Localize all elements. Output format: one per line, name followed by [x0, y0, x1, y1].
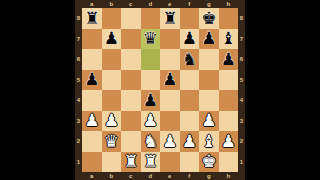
board-frame-corner	[238, 0, 245, 8]
file-label-c-top: c	[121, 0, 141, 8]
file-label-a-bottom: a	[82, 172, 102, 180]
square-a7[interactable]	[82, 29, 102, 50]
square-b5[interactable]	[102, 70, 122, 91]
square-e4[interactable]	[160, 90, 180, 111]
square-b3[interactable]: ♟	[102, 111, 122, 132]
rank-label-5-right: 5	[238, 70, 245, 91]
square-e2[interactable]: ♟	[160, 131, 180, 152]
square-g2[interactable]: ♝	[199, 131, 219, 152]
rank-label-1-right: 1	[238, 152, 245, 173]
square-c8[interactable]	[121, 8, 141, 29]
board-frame-corner	[75, 0, 82, 8]
square-g1[interactable]: ♚	[199, 152, 219, 173]
chess-board: abcdefgh8♜♜♚87♟♛♟♟♝76♞♟65♟♟54♟43♟♟♟♟32♛♞…	[75, 0, 245, 180]
black-bishop-piece: ♝	[221, 30, 236, 47]
white-pawn-piece: ♟	[201, 112, 216, 129]
rank-label-4-left: 4	[75, 90, 82, 111]
black-rook-piece: ♜	[84, 9, 99, 26]
square-e6[interactable]	[160, 49, 180, 70]
white-rook-piece: ♜	[143, 153, 158, 170]
square-g7[interactable]: ♟	[199, 29, 219, 50]
file-label-e-bottom: e	[160, 172, 180, 180]
square-b8[interactable]	[102, 8, 122, 29]
file-label-g-top: g	[199, 0, 219, 8]
square-b6[interactable]	[102, 49, 122, 70]
square-b1[interactable]	[102, 152, 122, 173]
square-d3[interactable]: ♟	[141, 111, 161, 132]
rank-label-7-right: 7	[238, 29, 245, 50]
black-rook-piece: ♜	[162, 9, 177, 26]
square-f5[interactable]	[180, 70, 200, 91]
square-e5[interactable]: ♟	[160, 70, 180, 91]
white-bishop-piece: ♝	[201, 132, 216, 149]
square-d2[interactable]: ♞	[141, 131, 161, 152]
square-h2[interactable]: ♟	[219, 131, 239, 152]
white-pawn-piece: ♟	[182, 132, 197, 149]
square-d4[interactable]: ♟	[141, 90, 161, 111]
square-a3[interactable]: ♟	[82, 111, 102, 132]
black-pawn-piece: ♟	[182, 30, 197, 47]
rank-label-6-left: 6	[75, 49, 82, 70]
white-pawn-piece: ♟	[221, 132, 236, 149]
square-e1[interactable]	[160, 152, 180, 173]
white-rook-piece: ♜	[123, 153, 138, 170]
white-pawn-piece: ♟	[84, 112, 99, 129]
rank-label-8-right: 8	[238, 8, 245, 29]
square-g5[interactable]	[199, 70, 219, 91]
square-a6[interactable]	[82, 49, 102, 70]
square-d8[interactable]	[141, 8, 161, 29]
square-d6[interactable]	[141, 49, 161, 70]
black-pawn-piece: ♟	[104, 30, 119, 47]
square-b7[interactable]: ♟	[102, 29, 122, 50]
square-f7[interactable]: ♟	[180, 29, 200, 50]
square-h5[interactable]	[219, 70, 239, 91]
black-pawn-piece: ♟	[84, 71, 99, 88]
square-f8[interactable]	[180, 8, 200, 29]
board-frame-corner	[238, 172, 245, 180]
white-pawn-piece: ♟	[143, 112, 158, 129]
video-frame: abcdefgh8♜♜♚87♟♛♟♟♝76♞♟65♟♟54♟43♟♟♟♟32♛♞…	[0, 0, 320, 180]
square-f4[interactable]	[180, 90, 200, 111]
square-f2[interactable]: ♟	[180, 131, 200, 152]
black-queen-piece: ♛	[143, 30, 158, 47]
rank-label-4-right: 4	[238, 90, 245, 111]
square-d7[interactable]: ♛	[141, 29, 161, 50]
square-h6[interactable]: ♟	[219, 49, 239, 70]
square-c3[interactable]	[121, 111, 141, 132]
rank-label-6-right: 6	[238, 49, 245, 70]
rank-label-2-left: 2	[75, 131, 82, 152]
square-c6[interactable]	[121, 49, 141, 70]
white-pawn-piece: ♟	[162, 132, 177, 149]
file-label-h-bottom: h	[219, 172, 239, 180]
square-d1[interactable]: ♜	[141, 152, 161, 173]
square-c7[interactable]	[121, 29, 141, 50]
square-f3[interactable]	[180, 111, 200, 132]
file-label-f-bottom: f	[180, 172, 200, 180]
rank-label-8-left: 8	[75, 8, 82, 29]
file-label-e-top: e	[160, 0, 180, 8]
square-g6[interactable]	[199, 49, 219, 70]
square-g8[interactable]: ♚	[199, 8, 219, 29]
black-pawn-piece: ♟	[162, 71, 177, 88]
square-h3[interactable]	[219, 111, 239, 132]
square-b2[interactable]: ♛	[102, 131, 122, 152]
file-label-h-top: h	[219, 0, 239, 8]
square-a2[interactable]	[82, 131, 102, 152]
file-label-g-bottom: g	[199, 172, 219, 180]
white-queen-piece: ♛	[104, 132, 119, 149]
rank-label-1-left: 1	[75, 152, 82, 173]
black-king-piece: ♚	[201, 9, 216, 26]
square-a8[interactable]: ♜	[82, 8, 102, 29]
rank-label-2-right: 2	[238, 131, 245, 152]
square-c2[interactable]	[121, 131, 141, 152]
file-label-f-top: f	[180, 0, 200, 8]
square-f6[interactable]: ♞	[180, 49, 200, 70]
square-d5[interactable]	[141, 70, 161, 91]
white-knight-piece: ♞	[143, 132, 158, 149]
square-h1[interactable]	[219, 152, 239, 173]
square-c1[interactable]: ♜	[121, 152, 141, 173]
square-h7[interactable]: ♝	[219, 29, 239, 50]
white-pawn-piece: ♟	[104, 112, 119, 129]
square-f1[interactable]	[180, 152, 200, 173]
rank-label-7-left: 7	[75, 29, 82, 50]
square-c5[interactable]	[121, 70, 141, 91]
board-frame-corner	[75, 172, 82, 180]
square-e7[interactable]	[160, 29, 180, 50]
square-a4[interactable]	[82, 90, 102, 111]
square-a1[interactable]	[82, 152, 102, 173]
square-e8[interactable]: ♜	[160, 8, 180, 29]
file-label-b-top: b	[102, 0, 122, 8]
square-g4[interactable]	[199, 90, 219, 111]
file-label-d-bottom: d	[141, 172, 161, 180]
file-label-a-top: a	[82, 0, 102, 8]
square-h8[interactable]	[219, 8, 239, 29]
square-h4[interactable]	[219, 90, 239, 111]
rank-label-3-left: 3	[75, 111, 82, 132]
white-king-piece: ♚	[201, 153, 216, 170]
rank-label-3-right: 3	[238, 111, 245, 132]
black-knight-piece: ♞	[182, 50, 197, 67]
file-label-b-bottom: b	[102, 172, 122, 180]
rank-label-5-left: 5	[75, 70, 82, 91]
square-c4[interactable]	[121, 90, 141, 111]
file-label-d-top: d	[141, 0, 161, 8]
square-a5[interactable]: ♟	[82, 70, 102, 91]
black-pawn-piece: ♟	[143, 91, 158, 108]
square-g3[interactable]: ♟	[199, 111, 219, 132]
square-b4[interactable]	[102, 90, 122, 111]
black-pawn-piece: ♟	[201, 30, 216, 47]
file-label-c-bottom: c	[121, 172, 141, 180]
black-pawn-piece: ♟	[221, 50, 236, 67]
square-e3[interactable]	[160, 111, 180, 132]
